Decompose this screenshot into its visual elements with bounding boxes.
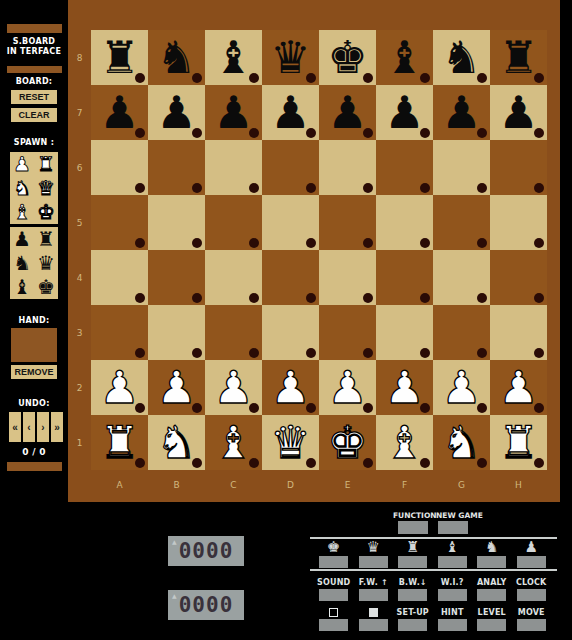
spawn-black-rook[interactable]: ♜ — [34, 227, 58, 251]
piece-button-col-knight: ♞ — [472, 540, 512, 568]
square-sensor-dot — [534, 238, 544, 248]
square-h1[interactable]: ♜ — [490, 415, 547, 470]
square-sensor-dot — [306, 73, 316, 83]
new-game-label: NEW GAME — [436, 511, 483, 520]
square-sensor-dot — [363, 403, 373, 413]
square-sensor-dot — [534, 293, 544, 303]
panel-divider — [310, 537, 557, 539]
board-section-label: BOARD: — [0, 77, 68, 86]
square-sensor-dot — [477, 128, 487, 138]
square-sensor-dot — [192, 348, 202, 358]
outline-square-col — [314, 607, 354, 631]
square-c1[interactable]: ♝ — [205, 415, 262, 470]
square-sensor-dot — [135, 128, 145, 138]
square-sensor-dot — [249, 238, 259, 248]
square-sensor-dot — [420, 238, 430, 248]
square-e5[interactable] — [319, 195, 376, 250]
square-g4[interactable] — [433, 250, 490, 305]
black-knight-icon: ♞ — [13, 253, 31, 273]
square-sensor-dot — [477, 458, 487, 468]
square-sensor-dot — [477, 183, 487, 193]
solid-square-button[interactable] — [359, 619, 388, 631]
square-sensor-dot — [306, 293, 316, 303]
board-squares: ♜♞♝♛♚♝♞♜♟♟♟♟♟♟♟♟♟♟♟♟♟♟♟♟♜♞♝♛♚♝♞♜ — [91, 30, 547, 470]
piece-button-row: ♚♛♜♝♞♟ — [314, 540, 551, 568]
app-title-line2: IN TERFACE — [0, 47, 68, 57]
square-f1[interactable]: ♝ — [376, 415, 433, 470]
sound-col: SOUND — [314, 577, 354, 601]
square-g8[interactable]: ♞ — [433, 30, 490, 85]
sound-button[interactable] — [319, 589, 348, 601]
square-sensor-dot — [135, 403, 145, 413]
square-h5[interactable] — [490, 195, 547, 250]
king-button[interactable] — [319, 556, 348, 568]
square-sensor-dot — [420, 73, 430, 83]
square-sensor-dot — [420, 183, 430, 193]
square-e3[interactable] — [319, 305, 376, 360]
square-sensor-dot — [534, 403, 544, 413]
square-c2[interactable]: ♟ — [205, 360, 262, 415]
square-a5[interactable] — [91, 195, 148, 250]
rank-label-7: 7 — [68, 85, 91, 140]
spawn-palette-white: ♟♜♞♛♝♚ — [10, 152, 58, 224]
spawn-black-bishop[interactable]: ♝ — [10, 275, 34, 299]
square-sensor-dot — [420, 403, 430, 413]
analy-button[interactable] — [477, 589, 506, 601]
square-a6[interactable] — [91, 140, 148, 195]
white-knight-icon: ♞ — [13, 178, 31, 198]
square-b4[interactable] — [148, 250, 205, 305]
square-sensor-dot — [420, 458, 430, 468]
piece-white-pawn[interactable]: ♟ — [327, 365, 367, 410]
square-f6[interactable] — [376, 140, 433, 195]
square-sensor-dot — [135, 348, 145, 358]
square-g6[interactable] — [433, 140, 490, 195]
square-sensor-dot — [363, 128, 373, 138]
clock-col: CLOCK — [512, 577, 552, 601]
f-w-label: F.W. ↑ — [359, 577, 388, 588]
piece-black-rook[interactable]: ♜ — [498, 35, 538, 80]
file-label-h: H — [490, 470, 547, 500]
square-sensor-dot — [420, 293, 430, 303]
square-a8[interactable]: ♜ — [91, 30, 148, 85]
square-sensor-dot — [477, 348, 487, 358]
rank-label-3: 3 — [68, 305, 91, 360]
square-sensor-dot — [135, 73, 145, 83]
rank-label-2: 2 — [68, 360, 91, 415]
level-col: LEVEL — [472, 607, 512, 631]
piece-black-bishop[interactable]: ♝ — [384, 35, 424, 80]
undo-first-button[interactable]: « — [9, 412, 21, 442]
piece-white-pawn[interactable]: ♟ — [441, 365, 481, 410]
piece-black-knight[interactable]: ♞ — [441, 35, 481, 80]
piece-black-pawn[interactable]: ♟ — [327, 90, 367, 135]
spawn-white-knight[interactable]: ♞ — [10, 176, 34, 200]
square-b6[interactable] — [148, 140, 205, 195]
spawn-black-knight[interactable]: ♞ — [10, 251, 34, 275]
remove-button[interactable]: REMOVE — [11, 365, 57, 379]
b-w-label: B.W.↓ — [399, 577, 427, 588]
square-d4[interactable] — [262, 250, 319, 305]
piece-black-pawn[interactable]: ♟ — [498, 90, 538, 135]
spawn-black-king[interactable]: ♚ — [34, 275, 58, 299]
square-sensor-dot — [192, 403, 202, 413]
solid-square-label — [369, 607, 378, 618]
divider-bar — [7, 66, 62, 73]
move-col: MOVE — [512, 607, 552, 631]
queen-button[interactable] — [359, 556, 388, 568]
move-button[interactable] — [517, 619, 546, 631]
clock-label: CLOCK — [516, 577, 547, 588]
file-label-d: D — [262, 470, 319, 500]
square-e4[interactable] — [319, 250, 376, 305]
square-sensor-dot — [477, 293, 487, 303]
square-sensor-dot — [477, 238, 487, 248]
outline-square-label — [329, 607, 338, 618]
undo-counter: 0 / 0 — [0, 447, 68, 457]
hand-box[interactable] — [11, 328, 57, 362]
move-label: MOVE — [518, 607, 545, 618]
king-icon: ♚ — [327, 540, 340, 555]
hint-label: HINT — [441, 607, 464, 618]
spawn-palette-black: ♟♜♞♛♝♚ — [10, 227, 58, 299]
square-g5[interactable] — [433, 195, 490, 250]
piece-white-rook[interactable]: ♜ — [99, 420, 139, 465]
square-g2[interactable]: ♟ — [433, 360, 490, 415]
undo-controls: «‹›» — [9, 412, 63, 442]
queen-icon: ♛ — [367, 540, 380, 555]
piece-button-col-rook: ♜ — [393, 540, 433, 568]
clock-indicator-icon: ▲ — [172, 593, 177, 599]
function-row-2: SET-UPHINTLEVELMOVE — [314, 607, 551, 631]
piece-white-pawn[interactable]: ♟ — [498, 365, 538, 410]
piece-button-col-queen: ♛ — [354, 540, 394, 568]
piece-black-rook[interactable]: ♜ — [99, 35, 139, 80]
black-queen-icon: ♛ — [37, 253, 55, 273]
knight-icon: ♞ — [485, 540, 498, 555]
clock-white: ▲ 0000 — [168, 536, 244, 566]
square-sensor-dot — [534, 128, 544, 138]
file-label-b: B — [148, 470, 205, 500]
spawn-white-pawn[interactable]: ♟ — [10, 152, 34, 176]
square-g1[interactable]: ♞ — [433, 415, 490, 470]
hint-col: HINT — [433, 607, 473, 631]
panel-divider — [310, 569, 557, 571]
redo-last-button[interactable]: » — [51, 412, 63, 442]
square-e2[interactable]: ♟ — [319, 360, 376, 415]
square-sensor-dot — [135, 238, 145, 248]
white-rook-icon: ♜ — [37, 154, 55, 174]
redo-forward-button[interactable]: › — [37, 412, 49, 442]
square-d5[interactable] — [262, 195, 319, 250]
function-row-1: SOUNDF.W. ↑B.W.↓W.I.?ANALYCLOCK — [314, 577, 551, 601]
level-label: LEVEL — [478, 607, 506, 618]
black-bishop-icon: ♝ — [13, 277, 31, 297]
function-button[interactable] — [398, 521, 428, 534]
black-rook-icon: ♜ — [37, 229, 55, 249]
white-queen-icon: ♛ — [37, 178, 55, 198]
level-button[interactable] — [477, 619, 506, 631]
rank-label-8: 8 — [68, 30, 91, 85]
file-label-a: A — [91, 470, 148, 500]
square-sensor-dot — [534, 458, 544, 468]
reset-button[interactable]: RESET — [11, 90, 57, 104]
outline-square-icon — [329, 608, 338, 617]
square-c8[interactable]: ♝ — [205, 30, 262, 85]
square-sensor-dot — [306, 458, 316, 468]
square-sensor-dot — [249, 128, 259, 138]
analy-label: ANALY — [477, 577, 507, 588]
set-up-label: SET-UP — [397, 607, 429, 618]
square-sensor-dot — [363, 293, 373, 303]
square-b1[interactable]: ♞ — [148, 415, 205, 470]
square-d6[interactable] — [262, 140, 319, 195]
clock-black: ▲ 0000 — [168, 590, 244, 620]
pawn-button[interactable] — [517, 556, 546, 568]
square-c6[interactable] — [205, 140, 262, 195]
piece-black-king[interactable]: ♚ — [327, 35, 367, 80]
square-a3[interactable] — [91, 305, 148, 360]
piece-white-pawn[interactable]: ♟ — [384, 365, 424, 410]
rook-button[interactable] — [398, 556, 427, 568]
square-sensor-dot — [192, 458, 202, 468]
bishop-button[interactable] — [438, 556, 467, 568]
white-pawn-icon: ♟ — [13, 154, 31, 174]
piece-black-pawn[interactable]: ♟ — [441, 90, 481, 135]
square-sensor-dot — [534, 348, 544, 358]
piece-white-bishop[interactable]: ♝ — [384, 420, 424, 465]
hint-button[interactable] — [438, 619, 467, 631]
square-sensor-dot — [534, 183, 544, 193]
square-sensor-dot — [249, 403, 259, 413]
f-w-button[interactable] — [359, 589, 388, 601]
square-sensor-dot — [477, 403, 487, 413]
square-h3[interactable] — [490, 305, 547, 360]
piece-black-bishop[interactable]: ♝ — [213, 35, 253, 80]
spawn-black-pawn[interactable]: ♟ — [10, 227, 34, 251]
square-d3[interactable] — [262, 305, 319, 360]
square-a7[interactable]: ♟ — [91, 85, 148, 140]
divider-bar — [7, 462, 62, 471]
knight-button[interactable] — [477, 556, 506, 568]
square-h8[interactable]: ♜ — [490, 30, 547, 85]
rook-icon: ♜ — [406, 540, 419, 555]
undo-back-button[interactable]: ‹ — [23, 412, 35, 442]
square-sensor-dot — [249, 348, 259, 358]
f-w-col: F.W. ↑ — [354, 577, 394, 601]
square-f5[interactable] — [376, 195, 433, 250]
square-sensor-dot — [363, 238, 373, 248]
outline-square-button[interactable] — [319, 619, 348, 631]
black-pawn-icon: ♟ — [13, 229, 31, 249]
app-title-line1: S.BOARD — [0, 37, 68, 47]
piece-black-pawn[interactable]: ♟ — [213, 90, 253, 135]
rank-label-5: 5 — [68, 195, 91, 250]
piece-black-pawn[interactable]: ♟ — [156, 90, 196, 135]
chess-board: 87654321 ♜♞♝♛♚♝♞♜♟♟♟♟♟♟♟♟♟♟♟♟♟♟♟♟♜♞♝♛♚♝♞… — [68, 0, 560, 502]
square-sensor-dot — [192, 183, 202, 193]
piece-button-col-pawn: ♟ — [512, 540, 552, 568]
square-d2[interactable]: ♟ — [262, 360, 319, 415]
square-a1[interactable]: ♜ — [91, 415, 148, 470]
square-sensor-dot — [306, 403, 316, 413]
square-f2[interactable]: ♟ — [376, 360, 433, 415]
square-e1[interactable]: ♚ — [319, 415, 376, 470]
square-sensor-dot — [249, 458, 259, 468]
square-b3[interactable] — [148, 305, 205, 360]
square-f3[interactable] — [376, 305, 433, 360]
divider-bar — [7, 24, 62, 33]
piece-black-knight[interactable]: ♞ — [156, 35, 196, 80]
spawn-black-queen[interactable]: ♛ — [34, 251, 58, 275]
square-e7[interactable]: ♟ — [319, 85, 376, 140]
square-f7[interactable]: ♟ — [376, 85, 433, 140]
square-b7[interactable]: ♟ — [148, 85, 205, 140]
b-w-button[interactable] — [398, 589, 427, 601]
spawn-white-queen[interactable]: ♛ — [34, 176, 58, 200]
solid-square-col — [354, 607, 394, 631]
square-g3[interactable] — [433, 305, 490, 360]
square-a2[interactable]: ♟ — [91, 360, 148, 415]
square-sensor-dot — [135, 293, 145, 303]
square-sensor-dot — [135, 183, 145, 193]
square-sensor-dot — [192, 128, 202, 138]
piece-button-col-bishop: ♝ — [433, 540, 473, 568]
undo-section-label: UNDO: — [0, 399, 68, 408]
pawn-icon: ♟ — [525, 540, 538, 555]
clock-button[interactable] — [517, 589, 546, 601]
square-sensor-dot — [249, 293, 259, 303]
square-sensor-dot — [192, 73, 202, 83]
file-label-g: G — [433, 470, 490, 500]
solid-square-icon — [369, 608, 378, 617]
square-h4[interactable] — [490, 250, 547, 305]
square-sensor-dot — [192, 238, 202, 248]
black-king-icon: ♚ — [37, 277, 55, 297]
square-sensor-dot — [363, 183, 373, 193]
square-f8[interactable]: ♝ — [376, 30, 433, 85]
piece-white-pawn[interactable]: ♟ — [213, 365, 253, 410]
sound-label: SOUND — [317, 577, 350, 588]
piece-black-pawn[interactable]: ♟ — [384, 90, 424, 135]
piece-button-col-king: ♚ — [314, 540, 354, 568]
square-e6[interactable] — [319, 140, 376, 195]
square-b5[interactable] — [148, 195, 205, 250]
square-sensor-dot — [306, 183, 316, 193]
clear-button[interactable]: CLEAR — [11, 108, 57, 122]
square-sensor-dot — [306, 348, 316, 358]
piece-white-pawn[interactable]: ♟ — [99, 365, 139, 410]
file-label-e: E — [319, 470, 376, 500]
piece-white-rook[interactable]: ♜ — [498, 420, 538, 465]
square-h7[interactable]: ♟ — [490, 85, 547, 140]
square-sensor-dot — [420, 348, 430, 358]
bishop-icon: ♝ — [446, 540, 459, 555]
square-b2[interactable]: ♟ — [148, 360, 205, 415]
square-sensor-dot — [306, 128, 316, 138]
rank-label-1: 1 — [68, 415, 91, 470]
piece-black-pawn[interactable]: ♟ — [99, 90, 139, 135]
function-label: FUNCTION — [393, 511, 437, 520]
spawn-white-king[interactable]: ♚ — [34, 200, 58, 224]
square-c7[interactable]: ♟ — [205, 85, 262, 140]
file-label-c: C — [205, 470, 262, 500]
rank-labels: 87654321 — [68, 30, 91, 470]
square-d1[interactable]: ♛ — [262, 415, 319, 470]
app-title: S.BOARD IN TERFACE — [0, 37, 68, 57]
white-king-icon: ♚ — [37, 202, 55, 222]
spawn-section-label: SPAWN : — [0, 138, 68, 147]
rank-label-6: 6 — [68, 140, 91, 195]
clock-black-digits: 0000 — [179, 592, 234, 617]
square-c3[interactable] — [205, 305, 262, 360]
square-c4[interactable] — [205, 250, 262, 305]
square-h2[interactable]: ♟ — [490, 360, 547, 415]
clock-indicator-icon: ▲ — [172, 539, 177, 545]
file-label-f: F — [376, 470, 433, 500]
square-sensor-dot — [306, 238, 316, 248]
piece-white-pawn[interactable]: ♟ — [156, 365, 196, 410]
square-f4[interactable] — [376, 250, 433, 305]
square-b8[interactable]: ♞ — [148, 30, 205, 85]
square-sensor-dot — [420, 128, 430, 138]
w-i-col: W.I.? — [433, 577, 473, 601]
piece-white-knight[interactable]: ♞ — [156, 420, 196, 465]
analy-col: ANALY — [472, 577, 512, 601]
square-h6[interactable] — [490, 140, 547, 195]
w-i-label: W.I.? — [441, 577, 464, 588]
square-sensor-dot — [477, 73, 487, 83]
b-w-col: B.W.↓ — [393, 577, 433, 601]
rank-label-4: 4 — [68, 250, 91, 305]
piece-white-queen[interactable]: ♛ — [270, 420, 310, 465]
piece-white-king[interactable]: ♚ — [327, 420, 367, 465]
spawn-white-rook[interactable]: ♜ — [34, 152, 58, 176]
square-sensor-dot — [534, 73, 544, 83]
hand-section-label: HAND: — [0, 316, 68, 325]
square-c5[interactable] — [205, 195, 262, 250]
square-a4[interactable] — [91, 250, 148, 305]
square-sensor-dot — [249, 73, 259, 83]
white-bishop-icon: ♝ — [13, 202, 31, 222]
piece-white-knight[interactable]: ♞ — [441, 420, 481, 465]
w-i-button[interactable] — [438, 589, 467, 601]
square-sensor-dot — [135, 458, 145, 468]
spawn-white-bishop[interactable]: ♝ — [10, 200, 34, 224]
piece-black-queen[interactable]: ♛ — [270, 35, 310, 80]
square-d7[interactable]: ♟ — [262, 85, 319, 140]
square-sensor-dot — [363, 73, 373, 83]
square-d8[interactable]: ♛ — [262, 30, 319, 85]
piece-white-pawn[interactable]: ♟ — [270, 365, 310, 410]
file-labels: ABCDEFGH — [91, 470, 547, 500]
square-g7[interactable]: ♟ — [433, 85, 490, 140]
piece-white-bishop[interactable]: ♝ — [213, 420, 253, 465]
set-up-button[interactable] — [398, 619, 427, 631]
square-sensor-dot — [363, 458, 373, 468]
sidebar: S.BOARD IN TERFACE BOARD: RESET CLEAR SP… — [0, 0, 68, 640]
clock-white-digits: 0000 — [179, 538, 234, 563]
square-e8[interactable]: ♚ — [319, 30, 376, 85]
new-game-button[interactable] — [438, 521, 468, 534]
square-sensor-dot — [249, 183, 259, 193]
piece-black-pawn[interactable]: ♟ — [270, 90, 310, 135]
square-sensor-dot — [363, 348, 373, 358]
square-sensor-dot — [192, 293, 202, 303]
set-up-col: SET-UP — [393, 607, 433, 631]
